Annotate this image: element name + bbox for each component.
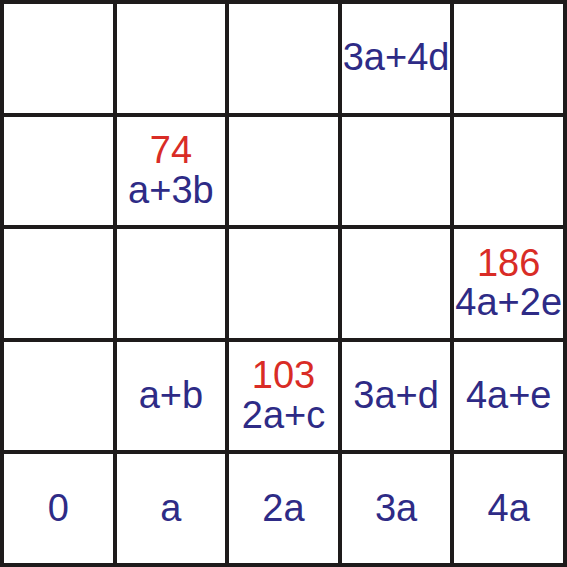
cell-r3c4: 4a+e xyxy=(454,342,563,451)
cell-given-number: 186 xyxy=(477,244,540,284)
board: 3a+4d74a+3b1864a+2ea+b1032a+c3a+d4a+e0a2… xyxy=(0,0,567,567)
cell-r4c3: 3a xyxy=(342,454,451,563)
cell-r3c1: a+b xyxy=(117,342,226,451)
cell-r0c1 xyxy=(117,4,226,113)
cell-r1c4 xyxy=(454,117,563,226)
cell-expression: a+3b xyxy=(128,171,214,211)
cell-expression: 2a+c xyxy=(242,396,325,436)
cell-r2c2 xyxy=(229,229,338,338)
cell-expression: 3a+4d xyxy=(343,38,450,78)
cell-r0c2 xyxy=(229,4,338,113)
cell-given-number: 103 xyxy=(252,356,315,396)
cell-given-number: 74 xyxy=(150,131,192,171)
cell-r3c2: 1032a+c xyxy=(229,342,338,451)
cell-r0c4 xyxy=(454,4,563,113)
cell-expression: 0 xyxy=(48,489,69,529)
cell-r1c3 xyxy=(342,117,451,226)
cell-r2c0 xyxy=(4,229,113,338)
cell-expression: 3a+d xyxy=(353,376,439,416)
cell-r4c2: 2a xyxy=(229,454,338,563)
cell-expression: 4a+e xyxy=(466,376,552,416)
cell-r1c2 xyxy=(229,117,338,226)
cell-expression: 2a xyxy=(262,489,304,529)
cell-r4c4: 4a xyxy=(454,454,563,563)
cell-r0c3: 3a+4d xyxy=(342,4,451,113)
cell-r2c4: 1864a+2e xyxy=(454,229,563,338)
cell-r2c3 xyxy=(342,229,451,338)
cell-expression: 4a xyxy=(488,489,530,529)
cell-expression: a xyxy=(160,489,181,529)
cell-expression: 3a xyxy=(375,489,417,529)
cell-r0c0 xyxy=(4,4,113,113)
cell-r3c0 xyxy=(4,342,113,451)
cell-r4c0: 0 xyxy=(4,454,113,563)
cell-r1c1: 74a+3b xyxy=(117,117,226,226)
cell-r2c1 xyxy=(117,229,226,338)
cell-expression: 4a+2e xyxy=(455,283,562,323)
cell-r3c3: 3a+d xyxy=(342,342,451,451)
cell-r4c1: a xyxy=(117,454,226,563)
cell-expression: a+b xyxy=(139,376,203,416)
cell-r1c0 xyxy=(4,117,113,226)
